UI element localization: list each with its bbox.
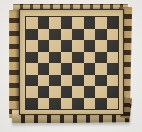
square-b4 xyxy=(38,63,50,75)
square-f1 xyxy=(84,98,96,110)
photo-background xyxy=(0,0,142,132)
square-a6 xyxy=(26,40,38,52)
square-b6 xyxy=(38,40,50,52)
square-g8 xyxy=(95,17,107,29)
square-b5 xyxy=(38,52,50,64)
square-d6 xyxy=(61,40,73,52)
square-h6 xyxy=(107,40,119,52)
checkerboard xyxy=(19,9,124,115)
square-e2 xyxy=(72,86,84,98)
square-b7 xyxy=(38,29,50,41)
square-h8 xyxy=(107,17,119,29)
square-a7 xyxy=(26,29,38,41)
square-d1 xyxy=(61,98,73,110)
square-b3 xyxy=(38,75,50,87)
square-d5 xyxy=(61,52,73,64)
square-h7 xyxy=(107,29,119,41)
square-g2 xyxy=(95,86,107,98)
square-f5 xyxy=(84,52,96,64)
square-a8 xyxy=(26,17,38,29)
square-b2 xyxy=(38,86,50,98)
square-f6 xyxy=(84,40,96,52)
square-d7 xyxy=(61,29,73,41)
square-d8 xyxy=(61,17,73,29)
square-g4 xyxy=(95,63,107,75)
square-d3 xyxy=(61,75,73,87)
square-e5 xyxy=(72,52,84,64)
square-f2 xyxy=(84,86,96,98)
square-h5 xyxy=(107,52,119,64)
square-e6 xyxy=(72,40,84,52)
square-c3 xyxy=(49,75,61,87)
square-g7 xyxy=(95,29,107,41)
square-g3 xyxy=(95,75,107,87)
square-c4 xyxy=(49,63,61,75)
square-e8 xyxy=(72,17,84,29)
square-a1 xyxy=(26,98,38,110)
square-a4 xyxy=(26,63,38,75)
square-e3 xyxy=(72,75,84,87)
board-grid xyxy=(25,16,119,110)
square-e4 xyxy=(72,63,84,75)
square-h2 xyxy=(107,86,119,98)
square-b1 xyxy=(38,98,50,110)
square-e1 xyxy=(72,98,84,110)
square-g6 xyxy=(95,40,107,52)
square-f4 xyxy=(84,63,96,75)
square-g5 xyxy=(95,52,107,64)
square-f3 xyxy=(84,75,96,87)
square-c8 xyxy=(49,17,61,29)
square-h1 xyxy=(107,98,119,110)
square-a3 xyxy=(26,75,38,87)
square-e7 xyxy=(72,29,84,41)
square-a2 xyxy=(26,86,38,98)
square-a5 xyxy=(26,52,38,64)
square-c7 xyxy=(49,29,61,41)
square-c2 xyxy=(49,86,61,98)
square-b8 xyxy=(38,17,50,29)
square-c1 xyxy=(49,98,61,110)
square-f8 xyxy=(84,17,96,29)
square-h4 xyxy=(107,63,119,75)
square-d2 xyxy=(61,86,73,98)
square-c6 xyxy=(49,40,61,52)
square-d4 xyxy=(61,63,73,75)
square-g1 xyxy=(95,98,107,110)
square-c5 xyxy=(49,52,61,64)
square-f7 xyxy=(84,29,96,41)
square-h3 xyxy=(107,75,119,87)
